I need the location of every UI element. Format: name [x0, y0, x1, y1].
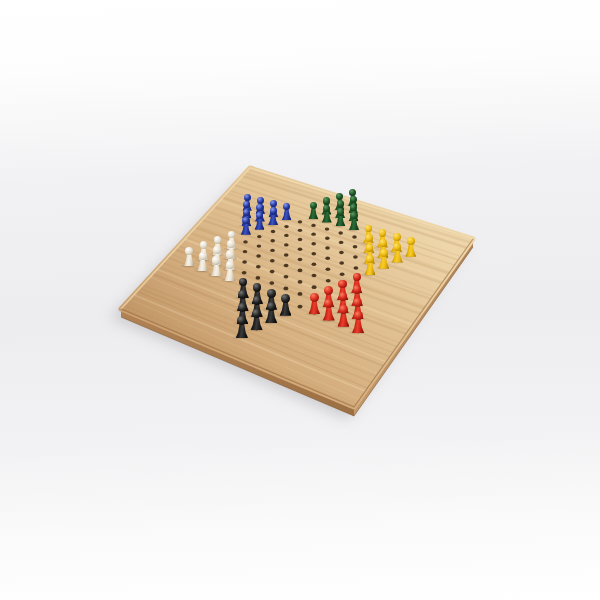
peg-body [322, 211, 332, 223]
hole[interactable] [298, 305, 303, 309]
peg-body [282, 209, 292, 221]
peg-body [309, 207, 319, 219]
peg-body [352, 318, 364, 333]
hole[interactable] [326, 279, 331, 283]
peg-head [185, 247, 193, 255]
peg-body [236, 323, 248, 338]
hole[interactable] [325, 246, 330, 249]
peg-yellow[interactable] [392, 243, 403, 263]
peg-head [228, 231, 236, 239]
peg-body [268, 213, 278, 225]
hole[interactable] [284, 275, 289, 279]
peg-head [336, 193, 343, 200]
hole[interactable] [256, 254, 261, 257]
peg-head [354, 311, 363, 320]
hole[interactable] [270, 270, 275, 274]
peg-head [270, 207, 277, 214]
peg-black[interactable] [251, 309, 263, 331]
peg-head [213, 246, 221, 254]
peg-yellow[interactable] [365, 255, 376, 275]
peg-white[interactable] [184, 247, 195, 266]
peg-head [323, 205, 330, 212]
hole[interactable] [284, 264, 289, 268]
hole[interactable] [339, 241, 344, 244]
peg-body [251, 316, 263, 331]
peg-head [350, 196, 357, 203]
peg-body [378, 255, 389, 268]
hole[interactable] [352, 235, 357, 238]
peg-head [238, 290, 247, 299]
hole[interactable] [284, 225, 288, 228]
peg-black[interactable] [265, 302, 277, 324]
peg-head [338, 280, 346, 289]
peg-head [366, 244, 374, 252]
peg-blue[interactable] [241, 217, 251, 235]
hole[interactable] [270, 259, 275, 263]
hole[interactable] [326, 267, 331, 271]
peg-body [224, 268, 235, 281]
peg-head [353, 285, 362, 294]
peg-body [392, 249, 403, 262]
hole[interactable] [270, 249, 275, 252]
peg-head [407, 237, 415, 245]
peg-head [310, 202, 317, 209]
board-corner-shade [121, 168, 473, 407]
peg-body [211, 263, 222, 276]
peg-head [281, 294, 290, 303]
peg-head [365, 225, 373, 233]
peg-body [255, 218, 265, 230]
hole[interactable] [243, 240, 248, 243]
peg-head [214, 236, 222, 244]
hole[interactable] [312, 285, 317, 289]
peg-body [336, 214, 346, 226]
peg-head [379, 239, 387, 247]
peg-head [337, 200, 344, 207]
peg-body [349, 218, 359, 230]
hole[interactable] [325, 227, 329, 230]
hole[interactable] [339, 261, 344, 265]
peg-green[interactable] [336, 208, 346, 226]
peg-head [337, 208, 344, 216]
hole[interactable] [340, 272, 345, 276]
peg-head [324, 286, 333, 295]
hole[interactable] [242, 271, 247, 275]
peg-head [212, 256, 220, 264]
peg-head [310, 293, 319, 302]
peg-head [226, 250, 234, 258]
peg-red[interactable] [338, 305, 350, 327]
peg-black[interactable] [236, 316, 248, 338]
hole[interactable] [257, 235, 262, 238]
hole[interactable] [312, 263, 317, 267]
peg-head [253, 283, 261, 292]
hole[interactable] [298, 292, 303, 296]
peg-head [365, 234, 373, 242]
peg-body [184, 253, 195, 266]
peg-head [393, 243, 401, 251]
peg-body [241, 223, 251, 235]
peg-red[interactable] [309, 293, 321, 314]
hole[interactable] [354, 266, 359, 270]
photo-scene [0, 0, 600, 600]
peg-blue[interactable] [268, 207, 278, 225]
hole[interactable] [284, 253, 289, 256]
peg-head [323, 197, 330, 204]
peg-head [227, 240, 235, 248]
peg-head [256, 212, 263, 220]
hole[interactable] [298, 280, 303, 284]
hole[interactable] [311, 252, 316, 255]
peg-body [323, 306, 335, 320]
hole[interactable] [339, 251, 344, 254]
peg-body [338, 312, 350, 327]
hole[interactable] [271, 230, 275, 233]
peg-head [243, 201, 250, 208]
peg-body [365, 262, 376, 275]
hole[interactable] [256, 276, 261, 280]
peg-black[interactable] [280, 294, 292, 315]
peg-head [256, 204, 263, 211]
peg-white[interactable] [211, 256, 222, 276]
hole[interactable] [298, 269, 303, 273]
peg-green[interactable] [322, 205, 332, 223]
hole[interactable] [298, 229, 302, 232]
hole[interactable] [338, 231, 343, 234]
hole[interactable] [298, 238, 303, 241]
peg-head [353, 298, 362, 307]
peg-body [406, 244, 417, 257]
peg-green[interactable] [309, 202, 319, 220]
hole[interactable] [283, 287, 288, 291]
peg-head [200, 241, 208, 249]
peg-red[interactable] [323, 299, 335, 321]
hole[interactable] [311, 233, 316, 236]
peg-blue[interactable] [282, 203, 292, 221]
peg-head [199, 252, 207, 260]
peg-red[interactable] [352, 311, 364, 333]
peg-head [339, 305, 348, 314]
peg-body [197, 258, 208, 271]
peg-head [253, 296, 262, 305]
peg-head [270, 200, 277, 207]
peg-head [242, 217, 249, 225]
peg-body [265, 309, 277, 323]
hole[interactable] [256, 265, 261, 269]
peg-head [237, 316, 246, 325]
hole[interactable] [325, 257, 330, 261]
hole[interactable] [257, 244, 262, 247]
peg-head [257, 197, 264, 204]
peg-blue[interactable] [255, 212, 265, 230]
peg-head [238, 303, 247, 312]
peg-white[interactable] [197, 252, 208, 272]
peg-head [380, 249, 388, 257]
hole[interactable] [298, 247, 303, 250]
peg-green[interactable] [349, 212, 359, 230]
hole[interactable] [284, 243, 289, 246]
peg-body [309, 300, 321, 314]
peg-head [252, 309, 261, 318]
hole[interactable] [311, 224, 315, 227]
board-svg [0, 0, 600, 600]
peg-body [280, 301, 292, 315]
hole[interactable] [353, 255, 358, 259]
peg-head [350, 212, 357, 220]
peg-head [339, 292, 348, 301]
peg-head [267, 289, 276, 298]
peg-head [353, 273, 361, 282]
hole[interactable] [298, 220, 302, 223]
peg-head [244, 194, 251, 201]
peg-head [350, 204, 357, 211]
peg-head [243, 209, 250, 216]
hole[interactable] [284, 234, 289, 237]
hole[interactable] [243, 250, 248, 253]
hole[interactable] [311, 242, 316, 245]
hole[interactable] [242, 260, 247, 264]
peg-head [366, 255, 374, 263]
hole[interactable] [325, 237, 330, 240]
peg-head [393, 233, 401, 241]
hole[interactable] [269, 281, 274, 285]
peg-head [379, 229, 387, 237]
peg-yellow[interactable] [406, 237, 417, 256]
hole[interactable] [270, 239, 275, 242]
peg-white[interactable] [224, 261, 235, 281]
peg-head [283, 203, 290, 210]
hole[interactable] [298, 258, 303, 262]
hole[interactable] [353, 245, 358, 248]
peg-head [324, 299, 333, 308]
hole[interactable] [312, 274, 317, 278]
peg-head [239, 278, 247, 287]
peg-head [226, 261, 234, 269]
peg-head [267, 302, 276, 311]
peg-yellow[interactable] [378, 249, 389, 269]
